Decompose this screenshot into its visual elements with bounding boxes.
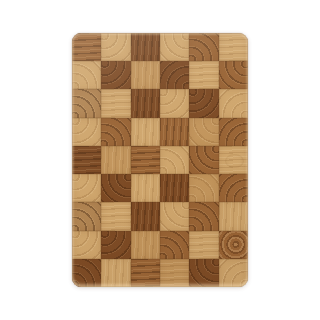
product-photo-background bbox=[0, 0, 320, 320]
board-square-r9c6 bbox=[219, 259, 248, 287]
board-square-r7c4 bbox=[160, 202, 189, 230]
cutting-board-checkerboard bbox=[72, 33, 248, 287]
board-square-r3c5 bbox=[189, 89, 218, 117]
board-square-r1c5 bbox=[189, 33, 218, 61]
board-square-r9c2 bbox=[101, 259, 130, 287]
board-square-r4c6 bbox=[219, 118, 248, 146]
board-square-r6c6 bbox=[219, 174, 248, 202]
board-square-r1c1 bbox=[72, 33, 101, 61]
board-square-r5c5 bbox=[189, 146, 218, 174]
board-square-r1c4 bbox=[160, 33, 189, 61]
board-square-r8c3 bbox=[131, 231, 160, 259]
board-square-r8c4 bbox=[160, 231, 189, 259]
board-square-r9c4 bbox=[160, 259, 189, 287]
board-square-r2c4 bbox=[160, 61, 189, 89]
board-square-r7c5 bbox=[189, 202, 218, 230]
board-square-r2c5 bbox=[189, 61, 218, 89]
board-square-r8c6 bbox=[219, 231, 248, 259]
board-square-r4c3 bbox=[131, 118, 160, 146]
board-square-r9c1 bbox=[72, 259, 101, 287]
board-square-r9c3 bbox=[131, 259, 160, 287]
board-square-r6c2 bbox=[101, 174, 130, 202]
board-square-r6c1 bbox=[72, 174, 101, 202]
board-square-r8c5 bbox=[189, 231, 218, 259]
board-square-r2c3 bbox=[131, 61, 160, 89]
board-square-r1c3 bbox=[131, 33, 160, 61]
board-square-r7c6 bbox=[219, 202, 248, 230]
board-square-r4c5 bbox=[189, 118, 218, 146]
board-square-r3c2 bbox=[101, 89, 130, 117]
board-square-r2c2 bbox=[101, 61, 130, 89]
board-square-r8c1 bbox=[72, 231, 101, 259]
board-square-r5c6 bbox=[219, 146, 248, 174]
board-square-r6c5 bbox=[189, 174, 218, 202]
board-square-r4c2 bbox=[101, 118, 130, 146]
board-square-r2c6 bbox=[219, 61, 248, 89]
board-square-r3c6 bbox=[219, 89, 248, 117]
board-square-r3c1 bbox=[72, 89, 101, 117]
board-square-r5c2 bbox=[101, 146, 130, 174]
board-square-r9c5 bbox=[189, 259, 218, 287]
board-square-r7c3 bbox=[131, 202, 160, 230]
board-square-r5c4 bbox=[160, 146, 189, 174]
board-square-r1c2 bbox=[101, 33, 130, 61]
board-square-r2c1 bbox=[72, 61, 101, 89]
board-square-r4c4 bbox=[160, 118, 189, 146]
board-square-r1c6 bbox=[219, 33, 248, 61]
board-square-r7c2 bbox=[101, 202, 130, 230]
board-square-r5c3 bbox=[131, 146, 160, 174]
board-square-r3c3 bbox=[131, 89, 160, 117]
board-square-r7c1 bbox=[72, 202, 101, 230]
board-square-r6c4 bbox=[160, 174, 189, 202]
board-square-r6c3 bbox=[131, 174, 160, 202]
board-square-r4c1 bbox=[72, 118, 101, 146]
maker-stamp bbox=[225, 154, 244, 168]
board-square-r3c4 bbox=[160, 89, 189, 117]
board-square-r5c1 bbox=[72, 146, 101, 174]
board-square-r8c2 bbox=[101, 231, 130, 259]
